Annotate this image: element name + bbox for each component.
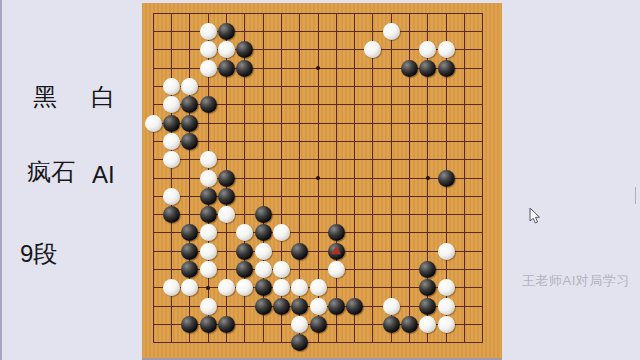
grid-line-vertical <box>464 13 465 342</box>
stone-white[interactable] <box>163 188 180 205</box>
stone-black[interactable] <box>181 115 198 132</box>
stone-black[interactable] <box>200 206 217 223</box>
star-point <box>206 286 210 290</box>
stone-black[interactable] <box>218 188 235 205</box>
stone-black[interactable] <box>328 298 345 315</box>
stone-white[interactable] <box>163 78 180 95</box>
stone-black[interactable] <box>438 170 455 187</box>
stone-white[interactable] <box>200 41 217 58</box>
stone-black[interactable] <box>181 316 198 333</box>
stone-white[interactable] <box>200 298 217 315</box>
stone-black[interactable] <box>401 60 418 77</box>
black-player-name: 疯石 <box>27 155 55 189</box>
stone-white[interactable] <box>310 298 327 315</box>
stone-black[interactable] <box>328 224 345 241</box>
stone-white[interactable] <box>218 206 235 223</box>
stone-white[interactable] <box>163 133 180 150</box>
stone-black[interactable] <box>291 243 308 260</box>
stone-white[interactable] <box>218 279 235 296</box>
stone-white[interactable] <box>438 41 455 58</box>
stone-black[interactable] <box>181 133 198 150</box>
stone-black[interactable] <box>218 23 235 40</box>
right-edge-line <box>635 187 636 204</box>
stone-black[interactable] <box>255 224 272 241</box>
stone-white[interactable] <box>310 279 327 296</box>
stone-black[interactable] <box>419 279 436 296</box>
stone-black[interactable] <box>200 96 217 113</box>
stone-black[interactable] <box>181 224 198 241</box>
last-move-triangle-marker <box>331 247 341 255</box>
stone-black[interactable] <box>218 316 235 333</box>
star-point <box>426 176 430 180</box>
stone-white[interactable] <box>438 316 455 333</box>
stone-black[interactable] <box>200 316 217 333</box>
stone-white[interactable] <box>273 279 290 296</box>
stone-black[interactable] <box>163 115 180 132</box>
stone-black[interactable] <box>236 41 253 58</box>
grid-line-vertical <box>336 13 337 342</box>
stone-white[interactable] <box>255 261 272 278</box>
stone-white[interactable] <box>419 316 436 333</box>
grid-line-vertical <box>391 13 392 342</box>
stone-white[interactable] <box>438 243 455 260</box>
stone-white[interactable] <box>273 261 290 278</box>
stone-black[interactable] <box>383 316 400 333</box>
stone-black[interactable] <box>346 298 363 315</box>
stone-white[interactable] <box>328 261 345 278</box>
stone-white[interactable] <box>145 115 162 132</box>
stone-white[interactable] <box>383 23 400 40</box>
stone-black[interactable] <box>218 60 235 77</box>
stone-black[interactable] <box>291 298 308 315</box>
stone-white[interactable] <box>383 298 400 315</box>
stone-white[interactable] <box>364 41 381 58</box>
stone-white[interactable] <box>200 170 217 187</box>
stone-white[interactable] <box>438 298 455 315</box>
stone-white[interactable] <box>291 316 308 333</box>
go-board[interactable] <box>142 3 502 358</box>
stone-black[interactable] <box>163 206 180 223</box>
stone-black[interactable] <box>181 96 198 113</box>
stone-white[interactable] <box>236 224 253 241</box>
stone-black[interactable] <box>181 261 198 278</box>
stone-white[interactable] <box>163 151 180 168</box>
stone-black[interactable] <box>419 298 436 315</box>
star-point <box>316 66 320 70</box>
stone-white[interactable] <box>200 261 217 278</box>
stone-white[interactable] <box>163 279 180 296</box>
stone-white[interactable] <box>255 243 272 260</box>
white-player-name: AI <box>92 162 115 188</box>
stone-white[interactable] <box>181 78 198 95</box>
stone-black[interactable] <box>438 60 455 77</box>
stone-white[interactable] <box>438 279 455 296</box>
stone-white[interactable] <box>181 279 198 296</box>
stone-white[interactable] <box>273 224 290 241</box>
watermark-caption: 王老师AI对局学习 <box>522 272 630 290</box>
stone-black[interactable] <box>328 243 345 260</box>
grid-line-vertical <box>354 13 355 342</box>
stone-black[interactable] <box>200 188 217 205</box>
mouse-cursor-icon <box>529 208 541 225</box>
stone-white[interactable] <box>200 23 217 40</box>
app-window: 黑 白 疯石 AI 9段 王老师AI对局学习 <box>0 0 640 360</box>
stone-white[interactable] <box>200 151 217 168</box>
stone-black[interactable] <box>273 298 290 315</box>
grid-line-vertical <box>482 13 483 342</box>
stone-black[interactable] <box>310 316 327 333</box>
stone-black[interactable] <box>255 298 272 315</box>
stone-black[interactable] <box>291 334 308 351</box>
stone-white[interactable] <box>236 279 253 296</box>
stone-black[interactable] <box>236 60 253 77</box>
stone-white[interactable] <box>163 96 180 113</box>
star-point <box>316 176 320 180</box>
stone-black[interactable] <box>419 60 436 77</box>
white-label: 白 <box>91 84 115 110</box>
stone-black[interactable] <box>218 170 235 187</box>
black-label: 黑 <box>33 84 57 110</box>
stone-black[interactable] <box>236 243 253 260</box>
player-rank: 9段 <box>20 241 57 267</box>
stone-black[interactable] <box>181 243 198 260</box>
stone-white[interactable] <box>200 224 217 241</box>
stone-white[interactable] <box>200 243 217 260</box>
stone-black[interactable] <box>401 316 418 333</box>
grid-line-vertical <box>372 13 373 342</box>
stone-white[interactable] <box>200 60 217 77</box>
stone-white[interactable] <box>218 41 235 58</box>
stone-black[interactable] <box>255 279 272 296</box>
window-left-edge <box>0 0 2 360</box>
grid-line-horizontal <box>153 342 482 343</box>
stone-black[interactable] <box>255 206 272 223</box>
stone-black[interactable] <box>236 261 253 278</box>
stone-white[interactable] <box>419 41 436 58</box>
stone-white[interactable] <box>291 279 308 296</box>
stone-black[interactable] <box>419 261 436 278</box>
